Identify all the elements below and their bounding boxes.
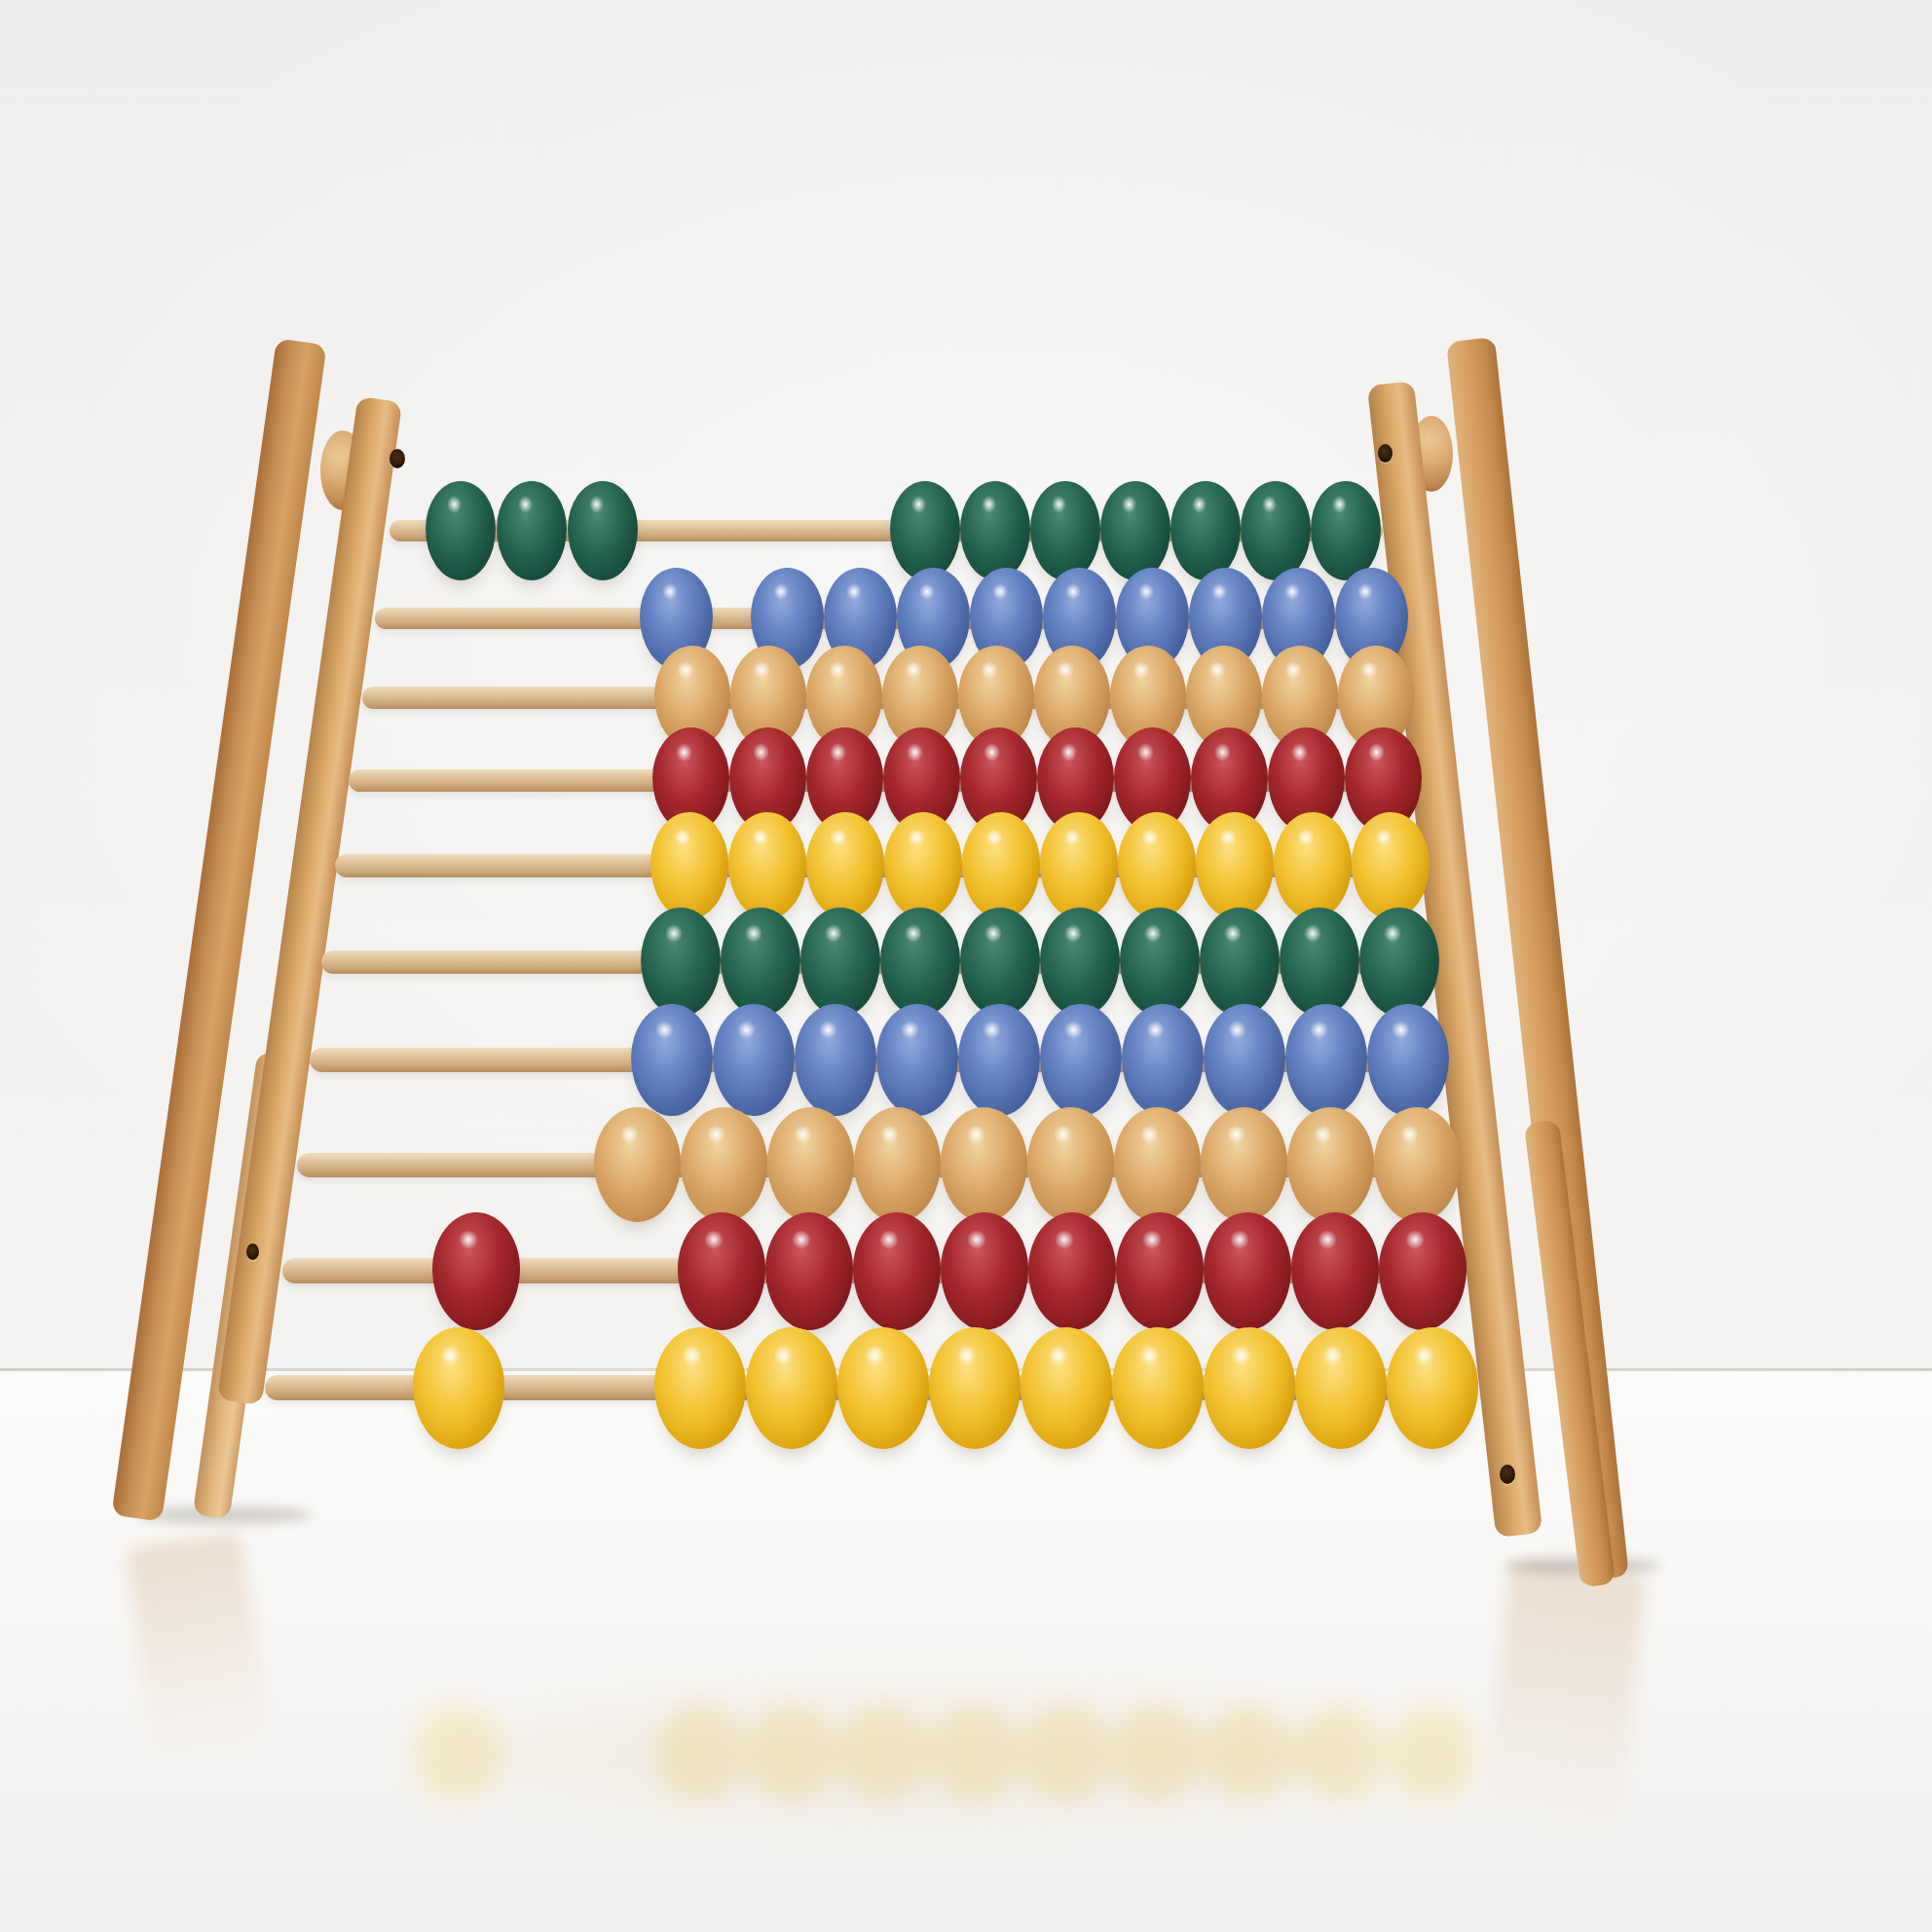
right-bottom-hole (1500, 1465, 1515, 1484)
bead[interactable] (1114, 1107, 1201, 1222)
bead[interactable] (1021, 1327, 1112, 1449)
bead[interactable] (497, 481, 567, 580)
bead[interactable] (413, 1327, 504, 1449)
bead-reflection (1295, 1704, 1387, 1802)
bead[interactable] (1118, 812, 1196, 919)
bead[interactable] (721, 908, 800, 1017)
bead-reflection (746, 1704, 837, 1802)
bead[interactable] (1295, 1327, 1387, 1449)
bead[interactable] (929, 1327, 1021, 1449)
abacus-photo (0, 0, 1932, 1932)
bead[interactable] (1027, 1107, 1114, 1222)
bead-reflection (1204, 1704, 1295, 1802)
bead[interactable] (1122, 1004, 1204, 1116)
bead[interactable] (854, 1107, 941, 1222)
bead[interactable] (1040, 908, 1120, 1017)
bead[interactable] (1040, 812, 1118, 919)
bead[interactable] (1367, 1004, 1449, 1116)
bead[interactable] (890, 481, 960, 580)
bead[interactable] (650, 812, 728, 919)
bead[interactable] (1170, 481, 1241, 580)
bead-reflection (929, 1704, 1021, 1802)
bead[interactable] (876, 1004, 958, 1116)
bead[interactable] (962, 812, 1040, 919)
bead[interactable] (1196, 812, 1274, 919)
bead[interactable] (853, 1212, 941, 1330)
bead[interactable] (960, 481, 1030, 580)
bead[interactable] (1387, 1327, 1478, 1449)
bead[interactable] (795, 1004, 876, 1116)
bead[interactable] (426, 481, 496, 580)
bead[interactable] (1280, 908, 1359, 1017)
bead[interactable] (837, 1327, 929, 1449)
bead[interactable] (1030, 481, 1100, 580)
bead[interactable] (746, 1327, 837, 1449)
bead[interactable] (1379, 1212, 1467, 1330)
left-top-hole (390, 449, 405, 468)
bead[interactable] (681, 1107, 767, 1222)
bead[interactable] (1116, 1212, 1204, 1330)
bead[interactable] (594, 1107, 681, 1222)
bead[interactable] (1352, 812, 1430, 919)
bead[interactable] (631, 1004, 713, 1116)
bead[interactable] (1359, 908, 1439, 1017)
bead[interactable] (1287, 1107, 1374, 1222)
bead[interactable] (1204, 1212, 1291, 1330)
bead[interactable] (1204, 1004, 1285, 1116)
bead[interactable] (1100, 481, 1170, 580)
bead[interactable] (1241, 481, 1311, 580)
bead[interactable] (767, 1107, 854, 1222)
bead[interactable] (1285, 1004, 1367, 1116)
bead[interactable] (678, 1212, 765, 1330)
bead[interactable] (884, 812, 962, 919)
glossy-floor (0, 1371, 1932, 1932)
left-bottom-hole (246, 1244, 259, 1260)
bead[interactable] (728, 812, 806, 919)
bead[interactable] (765, 1212, 853, 1330)
bead-reflection (413, 1704, 504, 1802)
bead[interactable] (432, 1212, 520, 1330)
bead[interactable] (1274, 812, 1352, 919)
bead[interactable] (1028, 1212, 1116, 1330)
bead[interactable] (806, 812, 884, 919)
bead-reflection (837, 1704, 929, 1802)
bead[interactable] (958, 1004, 1040, 1116)
bead[interactable] (800, 908, 880, 1017)
bead[interactable] (1374, 1107, 1461, 1222)
bead-reflection (654, 1704, 746, 1802)
bead[interactable] (1201, 1107, 1287, 1222)
right-top-hole (1378, 444, 1393, 463)
bead[interactable] (880, 908, 960, 1017)
bead-reflection (1387, 1704, 1478, 1802)
bead[interactable] (941, 1107, 1027, 1222)
bead[interactable] (713, 1004, 795, 1116)
bead[interactable] (568, 481, 638, 580)
bead[interactable] (641, 908, 721, 1017)
bead[interactable] (1311, 481, 1381, 580)
bead-reflection (1021, 1704, 1112, 1802)
bead[interactable] (1112, 1327, 1204, 1449)
bead-reflection (1112, 1704, 1204, 1802)
bead[interactable] (960, 908, 1040, 1017)
bead[interactable] (1120, 908, 1200, 1017)
bead[interactable] (1200, 908, 1280, 1017)
bead[interactable] (1291, 1212, 1379, 1330)
bead[interactable] (1204, 1327, 1295, 1449)
bead[interactable] (654, 1327, 746, 1449)
bead[interactable] (941, 1212, 1028, 1330)
bead[interactable] (1040, 1004, 1122, 1116)
